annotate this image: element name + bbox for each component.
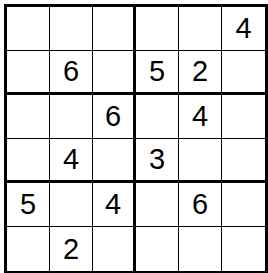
cell-r1c3[interactable]: 5 bbox=[136, 51, 179, 95]
cell-r1c1[interactable]: 6 bbox=[50, 51, 93, 95]
cell-r3c0[interactable] bbox=[7, 139, 50, 183]
cell-r4c4[interactable]: 6 bbox=[179, 183, 222, 227]
cell-r2c3[interactable] bbox=[136, 95, 179, 139]
cell-r1c0[interactable] bbox=[7, 51, 50, 95]
cell-r5c5[interactable] bbox=[222, 227, 265, 271]
cell-r0c1[interactable] bbox=[50, 7, 93, 51]
cell-r1c2[interactable] bbox=[93, 51, 136, 95]
sudoku-page: 4 6 5 2 6 4 4 3 5 4 6 2 bbox=[0, 0, 267, 273]
cell-r2c5[interactable] bbox=[222, 95, 265, 139]
cell-r5c0[interactable] bbox=[7, 227, 50, 271]
cell-r3c3[interactable]: 3 bbox=[136, 139, 179, 183]
cell-r4c0[interactable]: 5 bbox=[7, 183, 50, 227]
cell-r3c4[interactable] bbox=[179, 139, 222, 183]
cell-r3c1[interactable]: 4 bbox=[50, 139, 93, 183]
cell-r2c0[interactable] bbox=[7, 95, 50, 139]
cell-r2c1[interactable] bbox=[50, 95, 93, 139]
cell-r5c3[interactable] bbox=[136, 227, 179, 271]
cell-r0c4[interactable] bbox=[179, 7, 222, 51]
cell-r3c2[interactable] bbox=[93, 139, 136, 183]
cell-r4c2[interactable]: 4 bbox=[93, 183, 136, 227]
cell-r2c2[interactable]: 6 bbox=[93, 95, 136, 139]
sudoku-board: 4 6 5 2 6 4 4 3 5 4 6 2 bbox=[4, 4, 268, 273]
cell-r3c5[interactable] bbox=[222, 139, 265, 183]
cell-r0c2[interactable] bbox=[93, 7, 136, 51]
cell-r1c4[interactable]: 2 bbox=[179, 51, 222, 95]
cell-r0c0[interactable] bbox=[7, 7, 50, 51]
cell-r0c3[interactable] bbox=[136, 7, 179, 51]
cell-r4c1[interactable] bbox=[50, 183, 93, 227]
cell-r5c2[interactable] bbox=[93, 227, 136, 271]
cell-r5c1[interactable]: 2 bbox=[50, 227, 93, 271]
cell-r4c5[interactable] bbox=[222, 183, 265, 227]
cell-r5c4[interactable] bbox=[179, 227, 222, 271]
cell-r0c5[interactable]: 4 bbox=[222, 7, 265, 51]
cell-r2c4[interactable]: 4 bbox=[179, 95, 222, 139]
cell-r1c5[interactable] bbox=[222, 51, 265, 95]
cell-r4c3[interactable] bbox=[136, 183, 179, 227]
